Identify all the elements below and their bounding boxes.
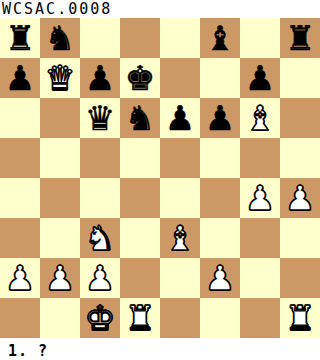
move-prompt: 1. ? (0, 338, 320, 360)
square-d5[interactable] (120, 138, 160, 178)
square-a5[interactable] (0, 138, 40, 178)
square-f5[interactable] (200, 138, 240, 178)
square-f7[interactable] (200, 58, 240, 98)
square-d6[interactable]: ♞ (120, 98, 160, 138)
white-pawn-piece: ♟ (205, 258, 235, 298)
black-pawn-piece: ♟ (5, 58, 35, 98)
square-e4[interactable] (160, 178, 200, 218)
square-e3[interactable]: ♝ (160, 218, 200, 258)
square-d8[interactable] (120, 18, 160, 58)
square-a6[interactable] (0, 98, 40, 138)
square-c2[interactable]: ♟ (80, 258, 120, 298)
square-e6[interactable]: ♟ (160, 98, 200, 138)
white-pawn-piece: ♟ (5, 258, 35, 298)
square-f8[interactable]: ♝ (200, 18, 240, 58)
black-bishop-piece: ♝ (205, 18, 235, 58)
square-h1[interactable]: ♜ (280, 298, 320, 338)
black-pawn-piece: ♟ (85, 58, 115, 98)
square-d4[interactable] (120, 178, 160, 218)
square-f2[interactable]: ♟ (200, 258, 240, 298)
black-rook-piece: ♜ (285, 18, 315, 58)
white-king-piece: ♚ (85, 298, 115, 338)
black-pawn-piece: ♟ (245, 58, 275, 98)
chess-board: ♜♞♝♜♟♛♟♚♟♛♞♟♟♝♟♟♞♝♟♟♟♟♚♜♜ (0, 18, 320, 338)
square-h4[interactable]: ♟ (280, 178, 320, 218)
square-g2[interactable] (240, 258, 280, 298)
square-b6[interactable] (40, 98, 80, 138)
square-h5[interactable] (280, 138, 320, 178)
square-h7[interactable] (280, 58, 320, 98)
white-rook-piece: ♜ (125, 298, 155, 338)
square-h2[interactable] (280, 258, 320, 298)
white-queen-piece: ♛ (45, 58, 75, 98)
square-g7[interactable]: ♟ (240, 58, 280, 98)
square-c6[interactable]: ♛ (80, 98, 120, 138)
square-g6[interactable]: ♝ (240, 98, 280, 138)
square-d2[interactable] (120, 258, 160, 298)
white-pawn-piece: ♟ (285, 178, 315, 218)
white-knight-piece: ♞ (85, 218, 115, 258)
white-bishop-piece: ♝ (165, 218, 195, 258)
square-g3[interactable] (240, 218, 280, 258)
square-h3[interactable] (280, 218, 320, 258)
black-pawn-piece: ♟ (205, 98, 235, 138)
square-h6[interactable] (280, 98, 320, 138)
square-e7[interactable] (160, 58, 200, 98)
square-e1[interactable] (160, 298, 200, 338)
square-c4[interactable] (80, 178, 120, 218)
square-b5[interactable] (40, 138, 80, 178)
square-b3[interactable] (40, 218, 80, 258)
square-g5[interactable] (240, 138, 280, 178)
square-a3[interactable] (0, 218, 40, 258)
square-c3[interactable]: ♞ (80, 218, 120, 258)
black-rook-piece: ♜ (5, 18, 35, 58)
black-knight-piece: ♞ (45, 18, 75, 58)
square-c7[interactable]: ♟ (80, 58, 120, 98)
square-b1[interactable] (40, 298, 80, 338)
square-d7[interactable]: ♚ (120, 58, 160, 98)
square-e8[interactable] (160, 18, 200, 58)
square-h8[interactable]: ♜ (280, 18, 320, 58)
white-bishop-piece: ♝ (245, 98, 275, 138)
white-rook-piece: ♜ (285, 298, 315, 338)
black-queen-piece: ♛ (85, 98, 115, 138)
white-pawn-piece: ♟ (245, 178, 275, 218)
square-g1[interactable] (240, 298, 280, 338)
square-a1[interactable] (0, 298, 40, 338)
square-b2[interactable]: ♟ (40, 258, 80, 298)
puzzle-id: WCSAC.0008 (0, 0, 320, 18)
white-pawn-piece: ♟ (85, 258, 115, 298)
square-f3[interactable] (200, 218, 240, 258)
square-a7[interactable]: ♟ (0, 58, 40, 98)
white-pawn-piece: ♟ (45, 258, 75, 298)
square-f4[interactable] (200, 178, 240, 218)
square-d1[interactable]: ♜ (120, 298, 160, 338)
square-a2[interactable]: ♟ (0, 258, 40, 298)
black-king-piece: ♚ (125, 58, 155, 98)
square-g8[interactable] (240, 18, 280, 58)
black-pawn-piece: ♟ (165, 98, 195, 138)
square-f6[interactable]: ♟ (200, 98, 240, 138)
square-g4[interactable]: ♟ (240, 178, 280, 218)
square-c1[interactable]: ♚ (80, 298, 120, 338)
square-c8[interactable] (80, 18, 120, 58)
square-f1[interactable] (200, 298, 240, 338)
black-knight-piece: ♞ (125, 98, 155, 138)
square-c5[interactable] (80, 138, 120, 178)
square-d3[interactable] (120, 218, 160, 258)
chess-puzzle-app: WCSAC.0008 ♜♞♝♜♟♛♟♚♟♛♞♟♟♝♟♟♞♝♟♟♟♟♚♜♜ 1. … (0, 0, 320, 360)
square-e2[interactable] (160, 258, 200, 298)
square-b8[interactable]: ♞ (40, 18, 80, 58)
square-e5[interactable] (160, 138, 200, 178)
square-a8[interactable]: ♜ (0, 18, 40, 58)
square-b4[interactable] (40, 178, 80, 218)
square-b7[interactable]: ♛ (40, 58, 80, 98)
square-a4[interactable] (0, 178, 40, 218)
